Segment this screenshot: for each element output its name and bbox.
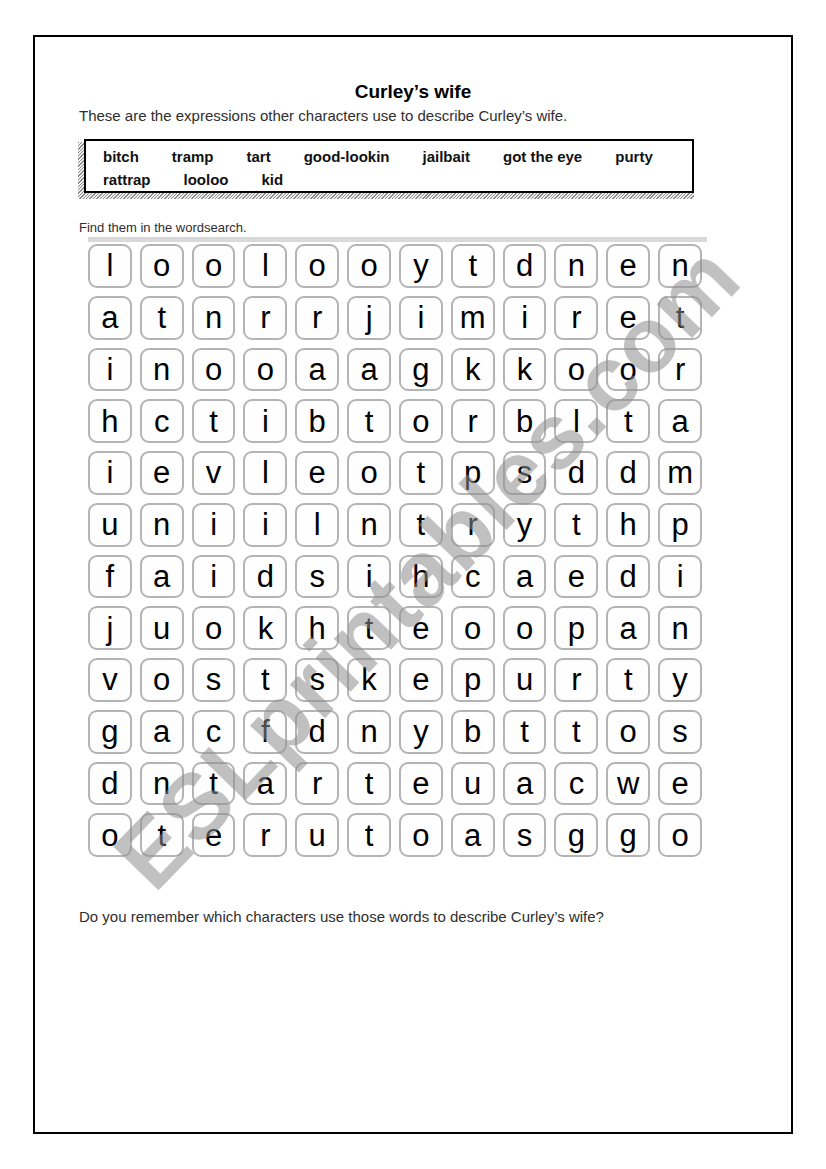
grid-cell[interactable]: a xyxy=(295,348,339,392)
grid-cell[interactable]: o xyxy=(399,399,443,443)
grid-cell[interactable]: k xyxy=(503,348,547,392)
grid-cell[interactable]: t xyxy=(347,399,391,443)
grid-cell[interactable]: a xyxy=(140,710,184,754)
word-bank-line: rattraploolookid xyxy=(103,169,684,191)
grid-cell[interactable]: d xyxy=(88,762,132,806)
grid-cell[interactable]: i xyxy=(88,348,132,392)
instruction-text: Find them in the wordsearch. xyxy=(79,220,247,235)
grid-cell[interactable]: t xyxy=(140,296,184,340)
grid-cell[interactable]: e xyxy=(658,762,702,806)
grid-cell[interactable]: t xyxy=(658,296,702,340)
grid-cell[interactable]: a xyxy=(243,762,287,806)
grid-cell[interactable]: s xyxy=(503,451,547,495)
word-bank-item: rattrap xyxy=(103,169,151,191)
grid-cell[interactable]: t xyxy=(243,658,287,702)
grid-cell[interactable]: l xyxy=(554,399,598,443)
grid-cell[interactable]: s xyxy=(503,813,547,857)
grid-cell[interactable]: h xyxy=(399,555,443,599)
grid-cell[interactable]: s xyxy=(295,658,339,702)
grid-cell[interactable]: p xyxy=(554,606,598,650)
grid-cell[interactable]: s xyxy=(658,710,702,754)
grid-cell[interactable]: d xyxy=(243,555,287,599)
grid-cell[interactable]: j xyxy=(88,606,132,650)
grid-cell[interactable]: o xyxy=(503,606,547,650)
grid-cell[interactable]: r xyxy=(295,296,339,340)
grid-cell[interactable]: k xyxy=(451,348,495,392)
grid-cell[interactable]: c xyxy=(140,399,184,443)
grid-cell[interactable]: r xyxy=(243,813,287,857)
grid-cell[interactable]: e xyxy=(399,658,443,702)
grid-cell[interactable]: l xyxy=(295,503,339,547)
grid-cell[interactable]: o xyxy=(140,244,184,288)
grid-cell[interactable]: v xyxy=(192,451,236,495)
grid-cell[interactable]: f xyxy=(243,710,287,754)
grid-cell[interactable]: r xyxy=(451,399,495,443)
grid-cell[interactable]: o xyxy=(399,813,443,857)
grid-cell[interactable]: a xyxy=(606,606,650,650)
grid-cell[interactable]: d xyxy=(606,555,650,599)
grid-cell[interactable]: y xyxy=(399,710,443,754)
grid-cell[interactable]: o xyxy=(347,244,391,288)
grid-cell[interactable]: k xyxy=(243,606,287,650)
grid-cell[interactable]: e xyxy=(606,296,650,340)
grid-cell[interactable]: i xyxy=(658,555,702,599)
grid-cell[interactable]: n xyxy=(192,296,236,340)
grid-cell[interactable]: o xyxy=(88,813,132,857)
grid-cell[interactable]: o xyxy=(451,606,495,650)
grid-cell[interactable]: t xyxy=(192,762,236,806)
grid-cell[interactable]: c xyxy=(554,762,598,806)
word-bank-item: kid xyxy=(262,169,284,191)
grid-cell[interactable]: b xyxy=(503,399,547,443)
grid-cell[interactable]: u xyxy=(295,813,339,857)
grid-cell[interactable]: y xyxy=(503,503,547,547)
grid-cell[interactable]: n xyxy=(554,244,598,288)
grid-cell[interactable]: a xyxy=(658,399,702,443)
word-bank-line: bitchtramptartgood-lookinjailbaitgot the… xyxy=(103,146,684,168)
grid-cell[interactable]: t xyxy=(554,503,598,547)
grid-cell[interactable]: n xyxy=(658,244,702,288)
grid-cell[interactable]: l xyxy=(243,451,287,495)
grid-cell[interactable]: s xyxy=(295,555,339,599)
worksheet-page: Curley’s wife These are the expressions … xyxy=(0,0,826,1169)
word-bank-item: got the eye xyxy=(503,146,582,168)
word-bank-box: bitchtramptartgood-lookinjailbaitgot the… xyxy=(84,139,694,193)
grid-cell[interactable]: i xyxy=(399,296,443,340)
grid-cell[interactable]: l xyxy=(243,244,287,288)
grid-cell[interactable]: b xyxy=(451,710,495,754)
grid-cell[interactable]: o xyxy=(554,348,598,392)
grid-cell[interactable]: i xyxy=(347,555,391,599)
grid-cell[interactable]: m xyxy=(451,296,495,340)
word-bank-item: looloo xyxy=(184,169,229,191)
grid-top-border xyxy=(88,237,707,242)
grid-cell[interactable]: h xyxy=(606,503,650,547)
grid-cell[interactable]: n xyxy=(347,710,391,754)
grid-cell[interactable]: t xyxy=(606,399,650,443)
grid-cell[interactable]: o xyxy=(295,244,339,288)
grid-cell[interactable]: c xyxy=(192,710,236,754)
grid-cell[interactable]: o xyxy=(243,348,287,392)
grid-cell[interactable]: e xyxy=(295,451,339,495)
grid-cell[interactable]: o xyxy=(192,348,236,392)
grid-cell[interactable]: o xyxy=(606,348,650,392)
grid-cell[interactable]: j xyxy=(347,296,391,340)
grid-cell[interactable]: i xyxy=(88,451,132,495)
grid-cell[interactable]: a xyxy=(503,762,547,806)
grid-cell[interactable]: i xyxy=(243,503,287,547)
grid-cell[interactable]: t xyxy=(503,710,547,754)
grid-cell[interactable]: e xyxy=(399,762,443,806)
word-bank-item: tramp xyxy=(172,146,214,168)
grid-cell[interactable]: t xyxy=(399,451,443,495)
grid-cell[interactable]: n xyxy=(140,762,184,806)
grid-cell[interactable]: p xyxy=(451,658,495,702)
grid-cell[interactable]: b xyxy=(295,399,339,443)
grid-cell[interactable]: g xyxy=(606,813,650,857)
wordsearch-grid: loolooytdnenatnrrjimiretinooaagkkoorhcti… xyxy=(88,244,702,857)
worksheet-title: Curley’s wife xyxy=(33,81,793,103)
grid-cell[interactable]: u xyxy=(88,503,132,547)
grid-cell[interactable]: d xyxy=(606,451,650,495)
grid-cell[interactable]: e xyxy=(140,451,184,495)
grid-cell[interactable]: n xyxy=(140,348,184,392)
grid-cell[interactable]: u xyxy=(451,762,495,806)
grid-cell[interactable]: r xyxy=(554,658,598,702)
grid-cell[interactable]: t xyxy=(347,762,391,806)
grid-cell[interactable]: o xyxy=(140,658,184,702)
grid-cell[interactable]: r xyxy=(658,348,702,392)
grid-cell[interactable]: d xyxy=(295,710,339,754)
grid-cell[interactable]: p xyxy=(658,503,702,547)
grid-cell[interactable]: e xyxy=(554,555,598,599)
grid-cell[interactable]: u xyxy=(140,606,184,650)
grid-cell[interactable]: t xyxy=(399,503,443,547)
word-bank-item: jailbait xyxy=(423,146,471,168)
grid-cell[interactable]: h xyxy=(88,399,132,443)
grid-cell[interactable]: m xyxy=(658,451,702,495)
grid-cell[interactable]: o xyxy=(192,244,236,288)
grid-cell[interactable]: a xyxy=(347,348,391,392)
grid-cell[interactable]: e xyxy=(399,606,443,650)
grid-cell[interactable]: f xyxy=(88,555,132,599)
grid-cell[interactable]: d xyxy=(554,451,598,495)
grid-cell[interactable]: o xyxy=(347,451,391,495)
grid-cell[interactable]: o xyxy=(192,606,236,650)
grid-cell[interactable]: y xyxy=(399,244,443,288)
grid-cell[interactable]: t xyxy=(192,399,236,443)
grid-cell[interactable]: k xyxy=(347,658,391,702)
grid-cell[interactable]: t xyxy=(347,813,391,857)
grid-cell[interactable]: p xyxy=(451,451,495,495)
grid-cell[interactable]: a xyxy=(451,813,495,857)
grid-cell[interactable]: t xyxy=(140,813,184,857)
grid-cell[interactable]: a xyxy=(140,555,184,599)
grid-cell[interactable]: r xyxy=(554,296,598,340)
grid-cell[interactable]: r xyxy=(295,762,339,806)
grid-cell[interactable]: i xyxy=(192,503,236,547)
grid-cell[interactable]: t xyxy=(606,658,650,702)
grid-cell[interactable]: a xyxy=(503,555,547,599)
word-bank-item: tart xyxy=(247,146,271,168)
grid-cell[interactable]: r xyxy=(243,296,287,340)
grid-cell[interactable]: d xyxy=(503,244,547,288)
grid-cell[interactable]: o xyxy=(658,813,702,857)
grid-cell[interactable]: r xyxy=(451,503,495,547)
grid-cell[interactable]: n xyxy=(658,606,702,650)
word-bank-item: good-lookin xyxy=(304,146,390,168)
grid-cell[interactable]: w xyxy=(606,762,650,806)
grid-cell[interactable]: c xyxy=(451,555,495,599)
grid-cell[interactable]: y xyxy=(658,658,702,702)
grid-cell[interactable]: s xyxy=(192,658,236,702)
grid-cell[interactable]: n xyxy=(140,503,184,547)
grid-cell[interactable]: i xyxy=(503,296,547,340)
grid-cell[interactable]: t xyxy=(347,606,391,650)
grid-cell[interactable]: t xyxy=(554,710,598,754)
grid-cell[interactable]: t xyxy=(451,244,495,288)
question-text: Do you remember which characters use tho… xyxy=(79,908,604,925)
grid-cell[interactable]: l xyxy=(88,244,132,288)
word-bank-item: purty xyxy=(615,146,653,168)
grid-cell[interactable]: v xyxy=(88,658,132,702)
word-bank-item: bitch xyxy=(103,146,139,168)
grid-cell[interactable]: n xyxy=(347,503,391,547)
grid-cell[interactable]: o xyxy=(606,710,650,754)
grid-cell[interactable]: e xyxy=(606,244,650,288)
grid-cell[interactable]: e xyxy=(192,813,236,857)
grid-cell[interactable]: a xyxy=(88,296,132,340)
intro-text: These are the expressions other characte… xyxy=(79,107,567,124)
grid-cell[interactable]: g xyxy=(88,710,132,754)
grid-cell[interactable]: i xyxy=(192,555,236,599)
grid-cell[interactable]: h xyxy=(295,606,339,650)
grid-cell[interactable]: g xyxy=(399,348,443,392)
grid-cell[interactable]: u xyxy=(503,658,547,702)
word-bank-shadow-bottom xyxy=(78,193,694,199)
grid-cell[interactable]: g xyxy=(554,813,598,857)
grid-cell[interactable]: i xyxy=(243,399,287,443)
